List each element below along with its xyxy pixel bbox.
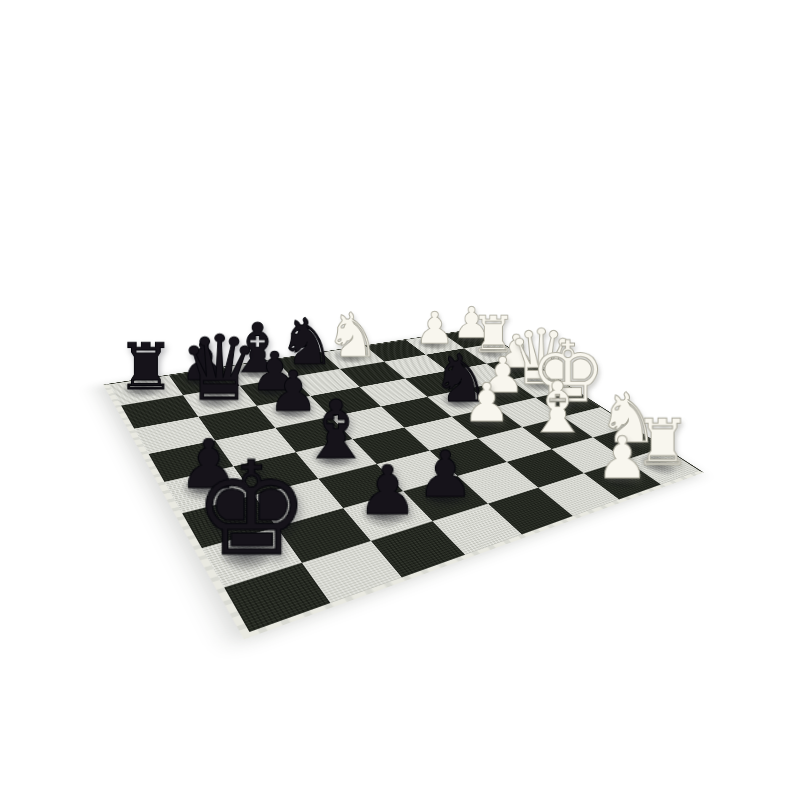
black-pawn-g4-icon: ♟ [417, 442, 475, 506]
white-pawn-h7-icon: ♟ [596, 429, 648, 487]
scene: ♟♜♟♛♚♞♜♟♟♝♟♞♟♞♞♟♝♟♟♝♟♟♛♜♟♚ [0, 0, 800, 800]
white-bishop-f7-icon: ♝ [526, 371, 589, 442]
black-pawn-g3-icon: ♟ [358, 457, 419, 525]
chessboard: ♟♜♟♛♚♞♜♟♟♝♟♞♟♞♞♟♝♟♟♝♟♟♛♜♟♚ [103, 328, 704, 639]
black-rook-a1-icon: ♜ [117, 335, 174, 399]
black-queen-b2-icon: ♛ [180, 323, 260, 413]
black-king-g1-icon: ♚ [194, 444, 310, 574]
white-pawn-e6-icon: ♟ [463, 376, 511, 430]
